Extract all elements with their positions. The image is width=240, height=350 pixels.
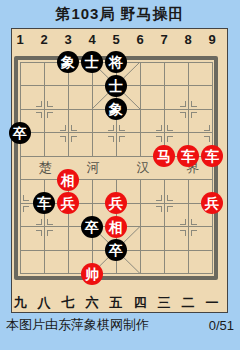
piece-red-soldier: 兵 — [201, 192, 223, 214]
piece-red-soldier: 兵 — [57, 192, 79, 214]
piece-black-soldier: 卒 — [81, 216, 103, 238]
piece-black-elephant: 象 — [57, 51, 79, 73]
piece-black-soldier: 卒 — [9, 122, 31, 144]
bottom-label-8: 二 — [176, 295, 200, 310]
top-label-2: 2 — [32, 32, 56, 47]
bottom-label-6: 四 — [128, 295, 152, 310]
diagram-title: 第103局 野马操田 — [0, 5, 240, 23]
piece-black-chariot: 车 — [33, 192, 55, 214]
piece-black-soldier: 卒 — [105, 239, 127, 261]
bottom-label-2: 八 — [32, 295, 56, 310]
bottom-label-4: 六 — [80, 295, 104, 310]
piece-red-chariot: 车 — [201, 145, 223, 167]
piece-red-elephant: 相 — [105, 216, 127, 238]
piece-black-elephant: 象 — [105, 98, 127, 120]
piece-red-general: 帅 — [81, 263, 103, 285]
piece-black-advisor: 士 — [105, 75, 127, 97]
status-bar: 本图片由东萍象棋网制作 0/51 — [0, 315, 240, 335]
bottom-label-5: 五 — [104, 295, 128, 310]
move-counter: 0/51 — [209, 318, 234, 333]
bottom-label-3: 七 — [56, 295, 80, 310]
top-label-8: 8 — [176, 32, 200, 47]
bottom-label-9: 一 — [200, 295, 224, 310]
top-label-9: 9 — [200, 32, 224, 47]
top-label-4: 4 — [80, 32, 104, 47]
top-label-5: 5 — [104, 32, 128, 47]
xiangqi-board: 象士将士象卒马车车相车兵兵兵卒相卒帅 — [8, 50, 224, 285]
piece-red-chariot: 车 — [177, 145, 199, 167]
piece-red-elephant: 相 — [57, 169, 79, 191]
bottom-label-7: 三 — [152, 295, 176, 310]
top-label-1: 1 — [8, 32, 32, 47]
top-label-7: 7 — [152, 32, 176, 47]
bottom-label-1: 九 — [8, 295, 32, 310]
top-label-3: 3 — [56, 32, 80, 47]
piece-red-soldier: 兵 — [105, 192, 127, 214]
piece-black-general: 将 — [105, 51, 127, 73]
top-label-6: 6 — [128, 32, 152, 47]
piece-red-horse: 马 — [153, 145, 175, 167]
piece-black-advisor: 士 — [81, 51, 103, 73]
board-panel: 123456789 楚河汉界 象士将士象卒马车车相车兵兵兵卒相卒帅 九八七六五四… — [11, 28, 228, 313]
credit-text: 本图片由东萍象棋网制作 — [6, 316, 149, 334]
